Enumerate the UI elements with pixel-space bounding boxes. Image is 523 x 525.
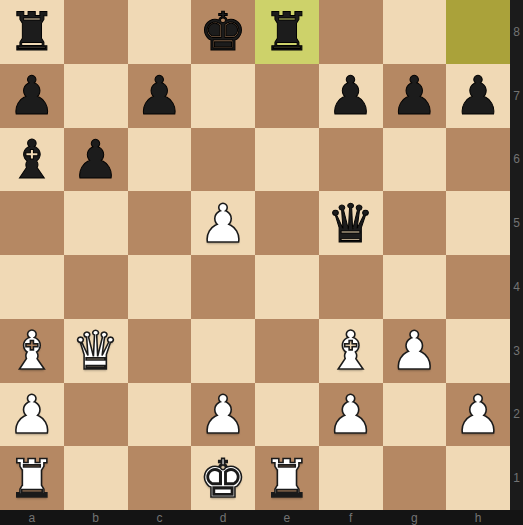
square-a8[interactable]: ♜ [0, 0, 64, 64]
square-c5[interactable] [128, 191, 192, 255]
square-f8[interactable] [319, 0, 383, 64]
white-rook[interactable]: ♜ [8, 452, 56, 505]
white-queen[interactable]: ♛ [72, 324, 120, 377]
square-h4[interactable] [446, 255, 510, 319]
square-c6[interactable] [128, 128, 192, 192]
file-label-h: h [446, 510, 510, 525]
square-d5[interactable]: ♟ [191, 191, 255, 255]
square-c8[interactable] [128, 0, 192, 64]
square-g4[interactable] [383, 255, 447, 319]
file-label-e: e [255, 510, 319, 525]
rank-label-5: 5 [510, 191, 523, 255]
square-h2[interactable]: ♟ [446, 383, 510, 447]
black-pawn[interactable]: ♟ [8, 69, 56, 122]
file-label-f: f [319, 510, 383, 525]
square-h3[interactable] [446, 319, 510, 383]
square-c4[interactable] [128, 255, 192, 319]
black-pawn[interactable]: ♟ [136, 69, 184, 122]
square-a5[interactable] [0, 191, 64, 255]
square-g3[interactable]: ♟ [383, 319, 447, 383]
black-pawn[interactable]: ♟ [327, 69, 375, 122]
rank-label-4: 4 [510, 255, 523, 319]
rank-label-3: 3 [510, 319, 523, 383]
square-c3[interactable] [128, 319, 192, 383]
square-d4[interactable] [191, 255, 255, 319]
square-b8[interactable] [64, 0, 128, 64]
square-h5[interactable] [446, 191, 510, 255]
square-e5[interactable] [255, 191, 319, 255]
square-a1[interactable]: ♜ [0, 446, 64, 510]
square-b7[interactable] [64, 64, 128, 128]
black-rook[interactable]: ♜ [8, 5, 56, 58]
white-rook[interactable]: ♜ [263, 452, 311, 505]
file-label-c: c [128, 510, 192, 525]
square-g5[interactable] [383, 191, 447, 255]
square-g6[interactable] [383, 128, 447, 192]
square-h7[interactable]: ♟ [446, 64, 510, 128]
file-coordinates-inner: abcdefgh [0, 510, 510, 525]
file-label-b: b [64, 510, 128, 525]
rank-label-7: 7 [510, 64, 523, 128]
square-a7[interactable]: ♟ [0, 64, 64, 128]
square-b6[interactable]: ♟ [64, 128, 128, 192]
square-c2[interactable] [128, 383, 192, 447]
white-pawn[interactable]: ♟ [454, 388, 502, 441]
square-e1[interactable]: ♜ [255, 446, 319, 510]
white-bishop[interactable]: ♝ [327, 324, 375, 377]
square-d1[interactable]: ♚ [191, 446, 255, 510]
square-f5[interactable]: ♛ [319, 191, 383, 255]
square-f7[interactable]: ♟ [319, 64, 383, 128]
square-b1[interactable] [64, 446, 128, 510]
square-a3[interactable]: ♝ [0, 319, 64, 383]
rank-label-6: 6 [510, 128, 523, 192]
file-label-d: d [191, 510, 255, 525]
white-pawn[interactable]: ♟ [199, 388, 247, 441]
square-f6[interactable] [319, 128, 383, 192]
black-pawn[interactable]: ♟ [72, 133, 120, 186]
black-bishop[interactable]: ♝ [8, 133, 56, 186]
file-coordinates: abcdefgh [0, 510, 523, 525]
square-e8[interactable]: ♜ [255, 0, 319, 64]
square-a6[interactable]: ♝ [0, 128, 64, 192]
square-f3[interactable]: ♝ [319, 319, 383, 383]
square-e7[interactable] [255, 64, 319, 128]
black-king[interactable]: ♚ [199, 5, 247, 58]
square-f4[interactable] [319, 255, 383, 319]
square-h1[interactable] [446, 446, 510, 510]
file-label-g: g [383, 510, 447, 525]
white-pawn[interactable]: ♟ [391, 324, 439, 377]
square-f1[interactable] [319, 446, 383, 510]
square-d6[interactable] [191, 128, 255, 192]
square-f2[interactable]: ♟ [319, 383, 383, 447]
square-b5[interactable] [64, 191, 128, 255]
square-g1[interactable] [383, 446, 447, 510]
square-d2[interactable]: ♟ [191, 383, 255, 447]
square-g2[interactable] [383, 383, 447, 447]
square-d8[interactable]: ♚ [191, 0, 255, 64]
rank-label-2: 2 [510, 383, 523, 447]
square-g7[interactable]: ♟ [383, 64, 447, 128]
square-e3[interactable] [255, 319, 319, 383]
white-king[interactable]: ♚ [199, 452, 247, 505]
square-e4[interactable] [255, 255, 319, 319]
square-c1[interactable] [128, 446, 192, 510]
square-d7[interactable] [191, 64, 255, 128]
square-c7[interactable]: ♟ [128, 64, 192, 128]
black-queen[interactable]: ♛ [327, 197, 375, 250]
square-b2[interactable] [64, 383, 128, 447]
rank-label-8: 8 [510, 0, 523, 64]
square-h8[interactable] [446, 0, 510, 64]
square-a2[interactable]: ♟ [0, 383, 64, 447]
black-rook[interactable]: ♜ [263, 5, 311, 58]
white-bishop[interactable]: ♝ [8, 324, 56, 377]
square-e2[interactable] [255, 383, 319, 447]
square-d3[interactable] [191, 319, 255, 383]
white-pawn[interactable]: ♟ [199, 197, 247, 250]
square-b4[interactable] [64, 255, 128, 319]
black-pawn[interactable]: ♟ [391, 69, 439, 122]
white-pawn[interactable]: ♟ [8, 388, 56, 441]
square-g8[interactable] [383, 0, 447, 64]
rank-coordinates: 87654321 [510, 0, 523, 510]
square-e6[interactable] [255, 128, 319, 192]
file-label-a: a [0, 510, 64, 525]
square-a4[interactable] [0, 255, 64, 319]
rank-label-1: 1 [510, 446, 523, 510]
white-pawn[interactable]: ♟ [327, 388, 375, 441]
chess-board[interactable]: ♜♚♜♟♟♟♟♟♝♟♟♛♝♛♝♟♟♟♟♟♜♚♜ [0, 0, 510, 510]
black-pawn[interactable]: ♟ [454, 69, 502, 122]
square-h6[interactable] [446, 128, 510, 192]
square-b3[interactable]: ♛ [64, 319, 128, 383]
chess-board-frame: ♜♚♜♟♟♟♟♟♝♟♟♛♝♛♝♟♟♟♟♟♜♚♜ 87654321 abcdefg… [0, 0, 523, 525]
